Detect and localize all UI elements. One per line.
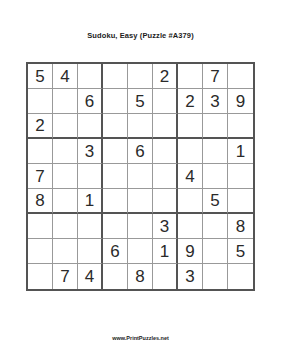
cell-r6c3: 1 [78, 189, 103, 214]
cell-r1c5 [128, 64, 153, 89]
cell-r3c7 [178, 114, 203, 139]
cell-r1c3 [78, 64, 103, 89]
cell-r2c9: 9 [228, 89, 253, 114]
cell-r2c3: 6 [78, 89, 103, 114]
cell-r8c9: 5 [228, 239, 253, 264]
cell-r7c7 [178, 214, 203, 239]
puzzle-sheet: Sudoku, Easy (Puzzle #A379) 542765239236… [0, 0, 281, 363]
cell-r9c7: 3 [178, 264, 203, 289]
cell-r3c9 [228, 114, 253, 139]
cell-r5c2 [53, 164, 78, 189]
cell-r1c9 [228, 64, 253, 89]
cell-r2c1 [28, 89, 53, 114]
cell-r7c9: 8 [228, 214, 253, 239]
sudoku-board: 5427652392361748153861957483 [26, 62, 255, 291]
cell-r9c1 [28, 264, 53, 289]
cell-r7c3 [78, 214, 103, 239]
cell-r1c7 [178, 64, 203, 89]
cell-r6c1: 8 [28, 189, 53, 214]
cell-r3c2 [53, 114, 78, 139]
cell-r4c5: 6 [128, 139, 153, 164]
cell-r6c6 [153, 189, 178, 214]
cell-r5c4 [103, 164, 128, 189]
cell-r8c5 [128, 239, 153, 264]
cell-r8c6: 1 [153, 239, 178, 264]
cell-r7c4 [103, 214, 128, 239]
cell-r4c2 [53, 139, 78, 164]
cell-r8c2 [53, 239, 78, 264]
cell-r9c3: 4 [78, 264, 103, 289]
cell-r6c7 [178, 189, 203, 214]
cell-r5c5 [128, 164, 153, 189]
cell-r4c7 [178, 139, 203, 164]
cell-r8c1 [28, 239, 53, 264]
cell-r3c4 [103, 114, 128, 139]
cell-r5c7: 4 [178, 164, 203, 189]
cell-r1c4 [103, 64, 128, 89]
cell-r1c1: 5 [28, 64, 53, 89]
cell-r5c9 [228, 164, 253, 189]
cell-r7c1 [28, 214, 53, 239]
cell-r2c6 [153, 89, 178, 114]
cell-r5c8 [203, 164, 228, 189]
cell-r8c4: 6 [103, 239, 128, 264]
cell-r9c6 [153, 264, 178, 289]
cell-r9c8 [203, 264, 228, 289]
cell-r6c2 [53, 189, 78, 214]
cell-r6c8: 5 [203, 189, 228, 214]
cell-r6c5 [128, 189, 153, 214]
cell-r5c1: 7 [28, 164, 53, 189]
cell-r2c8: 3 [203, 89, 228, 114]
cell-r8c7: 9 [178, 239, 203, 264]
cell-r7c5 [128, 214, 153, 239]
cell-r5c3 [78, 164, 103, 189]
cell-r9c2: 7 [53, 264, 78, 289]
cell-r6c4 [103, 189, 128, 214]
cell-r4c6 [153, 139, 178, 164]
cell-r7c6: 3 [153, 214, 178, 239]
cell-r4c4 [103, 139, 128, 164]
cell-r1c8: 7 [203, 64, 228, 89]
cell-r3c8 [203, 114, 228, 139]
cell-r6c9 [228, 189, 253, 214]
cell-r5c6 [153, 164, 178, 189]
cell-r8c3 [78, 239, 103, 264]
cell-r1c2: 4 [53, 64, 78, 89]
cell-r4c3: 3 [78, 139, 103, 164]
cell-r7c8 [203, 214, 228, 239]
cell-r3c1: 2 [28, 114, 53, 139]
cell-r2c5: 5 [128, 89, 153, 114]
footer-url: www.PrintPuzzles.net [0, 335, 281, 341]
cell-r9c4 [103, 264, 128, 289]
cell-r3c5 [128, 114, 153, 139]
cell-r9c5: 8 [128, 264, 153, 289]
cell-r4c9: 1 [228, 139, 253, 164]
cell-r2c2 [53, 89, 78, 114]
cell-r1c6: 2 [153, 64, 178, 89]
cell-r9c9 [228, 264, 253, 289]
cell-r3c6 [153, 114, 178, 139]
cell-r2c4 [103, 89, 128, 114]
cell-r3c3 [78, 114, 103, 139]
cell-r7c2 [53, 214, 78, 239]
cell-r2c7: 2 [178, 89, 203, 114]
cell-r8c8 [203, 239, 228, 264]
cell-r4c8 [203, 139, 228, 164]
cell-r4c1 [28, 139, 53, 164]
puzzle-title: Sudoku, Easy (Puzzle #A379) [0, 31, 281, 40]
